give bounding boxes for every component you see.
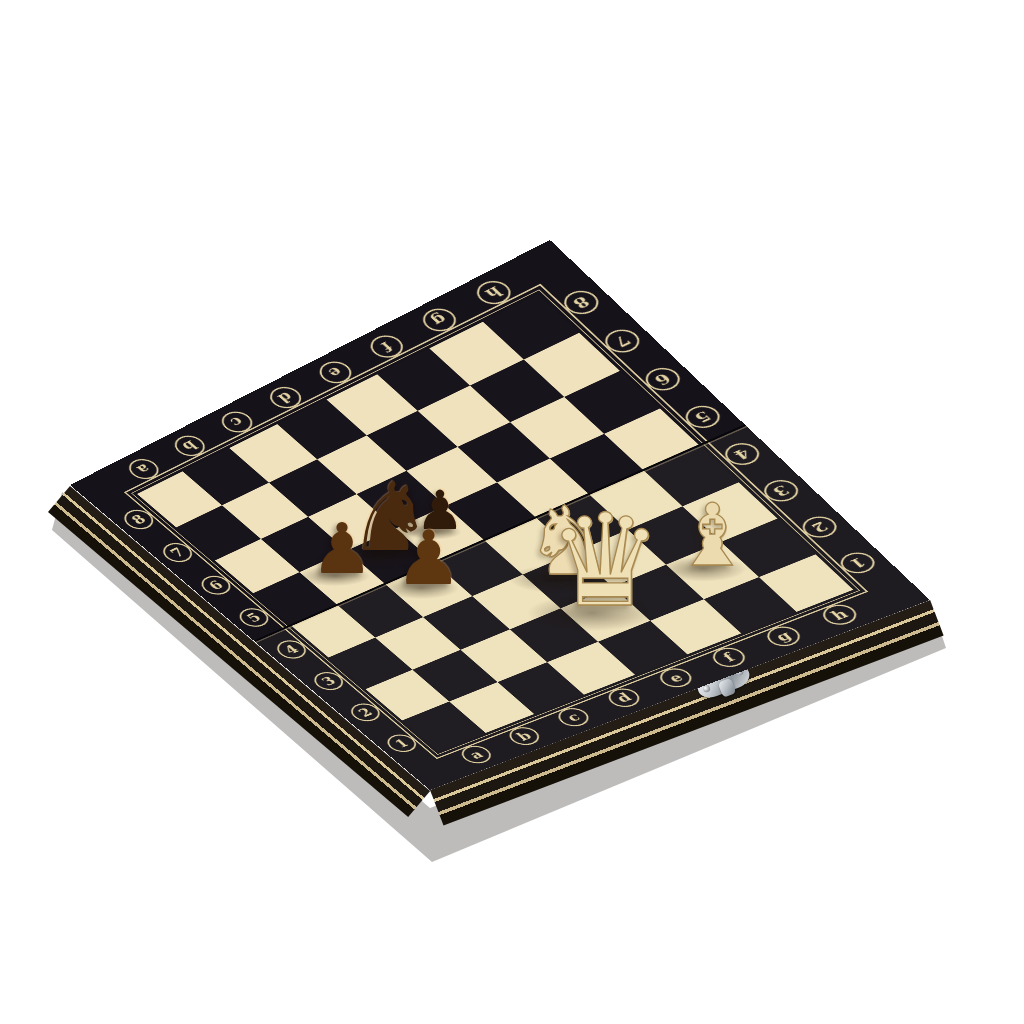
file-label-far-g: g [417,304,463,336]
file-label-far-e: e [313,357,357,387]
rank-label-right-6: 6 [639,364,686,395]
file-label-far-h: h [470,276,517,308]
file-label-far-f: f [364,331,409,362]
rank-label-left-8: 8 [118,506,159,533]
product-photo-scene: aa88bb77cc66dd55ee44ff33gg22hh11 ♟♞♟♟♞♛♝ [0,0,1024,1024]
rank-label-left-7: 7 [157,539,198,565]
rank-label-right-7: 7 [599,325,646,357]
rank-label-left-6: 6 [196,572,236,598]
white-queen-e2[interactable]: ♛ [548,497,663,625]
rank-label-right-5: 5 [679,402,726,433]
white-bishop-g2[interactable]: ♝ [674,492,751,578]
black-pawn-c4[interactable]: ♟ [395,521,462,596]
file-label-far-d: d [264,383,308,412]
rank-label-right-8: 8 [558,286,606,318]
file-label-far-a: a [123,455,164,483]
black-pawn-b5[interactable]: ♟ [311,514,374,584]
file-label-far-c: c [216,408,259,437]
file-label-far-b: b [169,432,211,460]
rank-label-left-5: 5 [234,605,274,630]
